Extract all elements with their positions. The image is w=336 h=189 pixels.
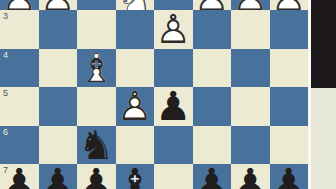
- square-h7[interactable]: 7♟: [0, 164, 39, 189]
- square-e6[interactable]: [116, 126, 155, 165]
- background-dark-panel: [311, 0, 336, 88]
- black-pawn-f7[interactable]: ♟: [77, 164, 116, 189]
- rank-label-4: 4: [3, 50, 8, 60]
- square-c4[interactable]: [193, 49, 232, 88]
- square-d6[interactable]: [154, 126, 193, 165]
- square-g4[interactable]: [39, 49, 78, 88]
- square-b5[interactable]: [231, 87, 270, 126]
- square-h2[interactable]: ♟♙: [0, 0, 39, 10]
- square-e2[interactable]: ♞♘: [116, 0, 155, 10]
- square-f3[interactable]: [77, 10, 116, 49]
- square-d4[interactable]: [154, 49, 193, 88]
- square-a5[interactable]: [270, 87, 309, 126]
- video-frame: ♜♖♝♗♚♔♛♕♞♘♜♖♟♙♟♙♞♘♟♙♟♙♟♙3♟♙4♝♗5♟♙♟6♞7♟♟♟…: [0, 0, 336, 189]
- square-h3[interactable]: 3: [0, 10, 39, 49]
- square-h4[interactable]: 4: [0, 49, 39, 88]
- square-c5[interactable]: [193, 87, 232, 126]
- black-pawn-h7[interactable]: ♟: [0, 164, 39, 189]
- square-e3[interactable]: [116, 10, 155, 49]
- square-a7[interactable]: ♟: [270, 164, 309, 189]
- square-f6[interactable]: ♞: [77, 126, 116, 165]
- square-d3[interactable]: ♟♙: [154, 10, 193, 49]
- square-e7[interactable]: ♝+: [116, 164, 155, 189]
- square-b3[interactable]: [231, 10, 270, 49]
- chess-board-viewport: ♜♖♝♗♚♔♛♕♞♘♜♖♟♙♟♙♞♘♟♙♟♙♟♙3♟♙4♝♗5♟♙♟6♞7♟♟♟…: [0, 0, 308, 189]
- square-c6[interactable]: [193, 126, 232, 165]
- square-c3[interactable]: [193, 10, 232, 49]
- rank-label-3: 3: [3, 11, 8, 21]
- black-pawn-d5[interactable]: ♟: [154, 87, 193, 126]
- bishop-cross-detail: +: [116, 173, 155, 184]
- square-d7[interactable]: [154, 164, 193, 189]
- square-a4[interactable]: [270, 49, 309, 88]
- square-b4[interactable]: [231, 49, 270, 88]
- square-h5[interactable]: 5: [0, 87, 39, 126]
- black-pawn-g7[interactable]: ♟: [39, 164, 78, 189]
- square-f4[interactable]: ♝♗: [77, 49, 116, 88]
- square-a2[interactable]: ♟♙: [270, 0, 309, 10]
- square-h6[interactable]: 6: [0, 126, 39, 165]
- square-b2[interactable]: ♟♙: [231, 0, 270, 10]
- background-light-panel: [311, 88, 336, 189]
- chess-board: ♜♖♝♗♚♔♛♕♞♘♜♖♟♙♟♙♞♘♟♙♟♙♟♙3♟♙4♝♗5♟♙♟6♞7♟♟♟…: [0, 0, 308, 189]
- black-pawn-a7[interactable]: ♟: [270, 164, 309, 189]
- black-bishop-e7[interactable]: ♝+: [116, 164, 155, 189]
- black-pawn-c7[interactable]: ♟: [193, 164, 232, 189]
- square-a3[interactable]: [270, 10, 309, 49]
- white-bishop-f4[interactable]: ♝♗: [77, 49, 116, 88]
- square-a6[interactable]: [270, 126, 309, 165]
- square-g6[interactable]: [39, 126, 78, 165]
- black-knight-f6[interactable]: ♞: [77, 126, 116, 165]
- square-e5[interactable]: ♟♙: [116, 87, 155, 126]
- black-pawn-b7[interactable]: ♟: [231, 164, 270, 189]
- square-c2[interactable]: ♟♙: [193, 0, 232, 10]
- square-g7[interactable]: ♟: [39, 164, 78, 189]
- square-g5[interactable]: [39, 87, 78, 126]
- square-g3[interactable]: [39, 10, 78, 49]
- white-pawn-d3[interactable]: ♟♙: [154, 10, 193, 49]
- square-f2[interactable]: [77, 0, 116, 10]
- square-b6[interactable]: [231, 126, 270, 165]
- white-pawn-e5[interactable]: ♟♙: [116, 87, 155, 126]
- square-d5[interactable]: ♟: [154, 87, 193, 126]
- square-f5[interactable]: [77, 87, 116, 126]
- square-b7[interactable]: ♟: [231, 164, 270, 189]
- square-e4[interactable]: [116, 49, 155, 88]
- rank-label-6: 6: [3, 127, 8, 137]
- square-f7[interactable]: ♟: [77, 164, 116, 189]
- rank-label-5: 5: [3, 88, 8, 98]
- square-c7[interactable]: ♟: [193, 164, 232, 189]
- square-g2[interactable]: ♟♙: [39, 0, 78, 10]
